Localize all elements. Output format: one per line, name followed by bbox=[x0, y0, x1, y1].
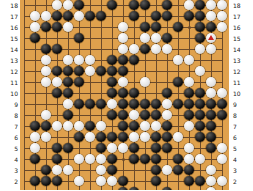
white-stone bbox=[85, 132, 96, 143]
white-stone bbox=[173, 132, 184, 143]
black-stone bbox=[74, 77, 85, 88]
black-stone bbox=[107, 154, 118, 165]
white-stone bbox=[41, 110, 52, 121]
black-stone bbox=[107, 165, 118, 176]
black-stone bbox=[96, 99, 107, 110]
grid-line-vertical bbox=[24, 0, 25, 190]
last-move-marker bbox=[208, 35, 214, 40]
white-stone bbox=[63, 22, 74, 33]
black-stone bbox=[195, 99, 206, 110]
black-stone bbox=[195, 33, 206, 44]
white-stone bbox=[140, 121, 151, 132]
row-label-left-14: 14 bbox=[0, 44, 20, 55]
black-stone bbox=[52, 66, 63, 77]
white-stone bbox=[74, 55, 85, 66]
white-stone bbox=[74, 11, 85, 22]
white-stone bbox=[96, 154, 107, 165]
row-label-left-7: 7 bbox=[0, 121, 20, 132]
row-label-right-13: 13 bbox=[232, 55, 251, 66]
white-stone bbox=[96, 121, 107, 132]
black-stone bbox=[206, 110, 217, 121]
black-stone bbox=[162, 33, 173, 44]
white-stone bbox=[30, 132, 41, 143]
black-stone bbox=[195, 132, 206, 143]
black-stone bbox=[129, 187, 140, 190]
white-stone bbox=[140, 132, 151, 143]
black-stone bbox=[74, 66, 85, 77]
row-label-right-17: 17 bbox=[232, 11, 251, 22]
row-label-right-8: 8 bbox=[232, 110, 251, 121]
black-stone bbox=[118, 88, 129, 99]
row-label-left-6: 6 bbox=[0, 132, 20, 143]
black-stone bbox=[96, 66, 107, 77]
black-stone bbox=[151, 143, 162, 154]
black-stone bbox=[173, 22, 184, 33]
black-stone bbox=[184, 11, 195, 22]
white-stone bbox=[85, 66, 96, 77]
white-stone bbox=[195, 66, 206, 77]
white-stone bbox=[162, 110, 173, 121]
black-stone bbox=[52, 154, 63, 165]
row-label-left-13: 13 bbox=[0, 55, 20, 66]
white-stone bbox=[41, 132, 52, 143]
black-stone bbox=[118, 121, 129, 132]
row-label-left-17: 17 bbox=[0, 11, 20, 22]
black-stone bbox=[173, 165, 184, 176]
black-stone bbox=[96, 132, 107, 143]
white-stone bbox=[195, 44, 206, 55]
white-stone bbox=[30, 143, 41, 154]
black-stone bbox=[63, 11, 74, 22]
white-stone bbox=[63, 0, 74, 10]
black-stone bbox=[140, 44, 151, 55]
row-label-left-16: 16 bbox=[0, 22, 20, 33]
black-stone bbox=[118, 66, 129, 77]
row-label-left-10: 10 bbox=[0, 88, 20, 99]
black-stone bbox=[107, 132, 118, 143]
go-game-screenshot: 1818171716161515141413131212111110109988… bbox=[0, 0, 253, 190]
black-stone bbox=[173, 154, 184, 165]
black-stone bbox=[162, 121, 173, 132]
black-stone bbox=[41, 44, 52, 55]
black-stone bbox=[74, 132, 85, 143]
black-stone bbox=[184, 88, 195, 99]
black-stone bbox=[195, 121, 206, 132]
black-stone bbox=[129, 154, 140, 165]
black-stone bbox=[151, 165, 162, 176]
black-stone bbox=[162, 187, 173, 190]
white-stone bbox=[206, 77, 217, 88]
black-stone bbox=[41, 176, 52, 187]
row-label-right-18: 18 bbox=[232, 0, 251, 11]
black-stone bbox=[162, 0, 173, 10]
black-stone bbox=[162, 132, 173, 143]
black-stone bbox=[52, 143, 63, 154]
black-stone bbox=[195, 0, 206, 10]
white-stone bbox=[41, 77, 52, 88]
black-stone bbox=[118, 99, 129, 110]
black-stone bbox=[140, 0, 151, 10]
black-stone bbox=[151, 176, 162, 187]
white-stone bbox=[52, 0, 63, 10]
black-stone bbox=[30, 154, 41, 165]
black-stone bbox=[129, 99, 140, 110]
white-stone bbox=[41, 11, 52, 22]
black-stone bbox=[206, 121, 217, 132]
white-stone bbox=[206, 88, 217, 99]
row-label-right-10: 10 bbox=[232, 88, 251, 99]
white-stone bbox=[173, 55, 184, 66]
white-stone bbox=[96, 165, 107, 176]
white-stone bbox=[107, 99, 118, 110]
row-label-left-18: 18 bbox=[0, 0, 20, 11]
white-stone bbox=[63, 165, 74, 176]
white-stone bbox=[217, 176, 228, 187]
black-stone bbox=[195, 88, 206, 99]
black-stone bbox=[107, 66, 118, 77]
black-stone bbox=[162, 11, 173, 22]
white-stone bbox=[184, 0, 195, 10]
white-stone bbox=[217, 154, 228, 165]
white-stone bbox=[118, 143, 129, 154]
black-stone bbox=[140, 22, 151, 33]
row-label-right-14: 14 bbox=[232, 44, 251, 55]
white-stone bbox=[217, 88, 228, 99]
white-stone bbox=[184, 143, 195, 154]
white-stone bbox=[140, 77, 151, 88]
white-stone bbox=[63, 99, 74, 110]
black-stone bbox=[129, 11, 140, 22]
black-stone bbox=[63, 88, 74, 99]
black-stone bbox=[195, 22, 206, 33]
white-stone bbox=[162, 99, 173, 110]
black-stone bbox=[217, 99, 228, 110]
white-stone bbox=[30, 11, 41, 22]
black-stone bbox=[173, 99, 184, 110]
white-stone bbox=[162, 165, 173, 176]
black-stone bbox=[107, 88, 118, 99]
black-stone bbox=[129, 88, 140, 99]
row-label-right-4: 4 bbox=[232, 154, 251, 165]
white-stone bbox=[129, 44, 140, 55]
black-stone bbox=[85, 11, 96, 22]
star-point bbox=[122, 158, 125, 161]
row-label-left-1: 1 bbox=[0, 187, 20, 191]
white-stone bbox=[30, 22, 41, 33]
white-stone bbox=[206, 165, 217, 176]
black-stone bbox=[173, 77, 184, 88]
black-stone bbox=[184, 165, 195, 176]
white-stone bbox=[217, 0, 228, 10]
white-stone bbox=[118, 77, 129, 88]
black-stone bbox=[151, 99, 162, 110]
black-stone bbox=[52, 176, 63, 187]
white-stone bbox=[52, 165, 63, 176]
black-stone bbox=[41, 165, 52, 176]
white-stone bbox=[96, 176, 107, 187]
black-stone bbox=[151, 110, 162, 121]
row-label-right-7: 7 bbox=[232, 121, 251, 132]
black-stone bbox=[74, 0, 85, 10]
black-stone bbox=[151, 132, 162, 143]
black-stone bbox=[52, 11, 63, 22]
row-label-left-15: 15 bbox=[0, 33, 20, 44]
white-stone bbox=[52, 121, 63, 132]
black-stone bbox=[140, 154, 151, 165]
white-stone bbox=[184, 77, 195, 88]
white-stone bbox=[151, 44, 162, 55]
black-stone bbox=[107, 110, 118, 121]
black-stone bbox=[151, 154, 162, 165]
white-stone bbox=[217, 22, 228, 33]
white-stone bbox=[206, 187, 217, 190]
black-stone bbox=[107, 77, 118, 88]
row-label-right-3: 3 bbox=[232, 165, 251, 176]
white-stone bbox=[140, 33, 151, 44]
white-stone bbox=[107, 143, 118, 154]
row-label-left-8: 8 bbox=[0, 110, 20, 121]
white-stone bbox=[63, 121, 74, 132]
black-stone bbox=[195, 11, 206, 22]
black-stone bbox=[151, 11, 162, 22]
row-label-right-5: 5 bbox=[232, 143, 251, 154]
black-stone bbox=[184, 110, 195, 121]
white-stone bbox=[74, 121, 85, 132]
row-label-left-9: 9 bbox=[0, 99, 20, 110]
white-stone bbox=[217, 11, 228, 22]
row-label-left-3: 3 bbox=[0, 165, 20, 176]
white-stone bbox=[184, 121, 195, 132]
black-stone bbox=[41, 22, 52, 33]
row-label-right-12: 12 bbox=[232, 66, 251, 77]
white-stone bbox=[151, 33, 162, 44]
white-stone bbox=[206, 44, 217, 55]
white-stone bbox=[206, 0, 217, 10]
white-stone bbox=[118, 22, 129, 33]
black-stone bbox=[129, 121, 140, 132]
white-stone bbox=[162, 44, 173, 55]
black-stone bbox=[96, 143, 107, 154]
white-stone bbox=[41, 55, 52, 66]
black-stone bbox=[41, 121, 52, 132]
white-stone bbox=[129, 110, 140, 121]
black-stone bbox=[162, 88, 173, 99]
black-stone bbox=[195, 110, 206, 121]
white-stone bbox=[74, 154, 85, 165]
black-stone bbox=[85, 99, 96, 110]
black-stone bbox=[30, 33, 41, 44]
goban[interactable] bbox=[20, 0, 229, 190]
black-stone bbox=[118, 187, 129, 190]
black-stone bbox=[151, 22, 162, 33]
white-stone bbox=[118, 44, 129, 55]
white-stone bbox=[63, 55, 74, 66]
black-stone bbox=[129, 0, 140, 10]
star-point bbox=[188, 26, 191, 29]
black-stone bbox=[63, 66, 74, 77]
white-stone bbox=[85, 55, 96, 66]
black-stone bbox=[30, 176, 41, 187]
black-stone bbox=[129, 55, 140, 66]
black-stone bbox=[118, 55, 129, 66]
white-stone bbox=[41, 66, 52, 77]
row-label-left-11: 11 bbox=[0, 77, 20, 88]
black-stone bbox=[217, 110, 228, 121]
black-stone bbox=[129, 143, 140, 154]
black-stone bbox=[184, 176, 195, 187]
white-stone bbox=[195, 154, 206, 165]
black-stone bbox=[30, 121, 41, 132]
black-stone bbox=[140, 110, 151, 121]
black-stone bbox=[118, 176, 129, 187]
row-label-right-15: 15 bbox=[232, 33, 251, 44]
black-stone bbox=[206, 143, 217, 154]
black-stone bbox=[85, 121, 96, 132]
black-stone bbox=[63, 77, 74, 88]
white-stone bbox=[107, 176, 118, 187]
black-stone bbox=[140, 99, 151, 110]
white-stone bbox=[118, 33, 129, 44]
row-label-left-5: 5 bbox=[0, 143, 20, 154]
white-stone bbox=[74, 176, 85, 187]
white-stone bbox=[184, 55, 195, 66]
black-stone bbox=[184, 99, 195, 110]
white-stone bbox=[52, 77, 63, 88]
white-stone bbox=[129, 132, 140, 143]
row-label-right-11: 11 bbox=[232, 77, 251, 88]
black-stone bbox=[118, 110, 129, 121]
black-stone bbox=[107, 0, 118, 10]
white-stone bbox=[206, 11, 217, 22]
white-stone bbox=[217, 143, 228, 154]
black-stone bbox=[118, 132, 129, 143]
row-label-left-2: 2 bbox=[0, 176, 20, 187]
black-stone bbox=[52, 88, 63, 99]
black-stone bbox=[63, 110, 74, 121]
white-stone bbox=[184, 154, 195, 165]
black-stone bbox=[52, 44, 63, 55]
row-label-left-4: 4 bbox=[0, 154, 20, 165]
black-stone bbox=[52, 22, 63, 33]
white-stone bbox=[85, 154, 96, 165]
white-stone bbox=[206, 176, 217, 187]
black-stone bbox=[74, 99, 85, 110]
black-stone bbox=[195, 176, 206, 187]
row-label-right-6: 6 bbox=[232, 132, 251, 143]
black-stone bbox=[74, 33, 85, 44]
black-stone bbox=[63, 143, 74, 154]
black-stone bbox=[107, 55, 118, 66]
white-stone bbox=[151, 121, 162, 132]
black-stone bbox=[96, 11, 107, 22]
row-label-right-1: 1 bbox=[232, 187, 251, 191]
black-stone bbox=[206, 132, 217, 143]
black-stone bbox=[162, 143, 173, 154]
black-stone bbox=[206, 22, 217, 33]
row-label-right-16: 16 bbox=[232, 22, 251, 33]
row-label-right-2: 2 bbox=[232, 176, 251, 187]
row-label-left-12: 12 bbox=[0, 66, 20, 77]
black-stone bbox=[206, 99, 217, 110]
row-label-right-9: 9 bbox=[232, 99, 251, 110]
